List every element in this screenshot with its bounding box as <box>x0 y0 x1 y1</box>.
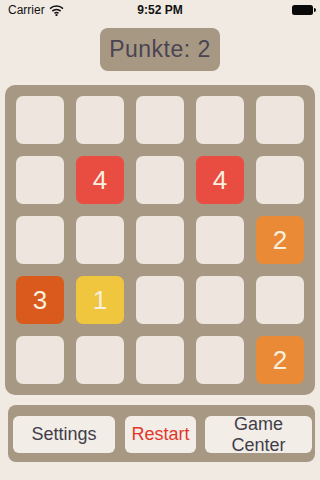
grid-cell <box>16 216 64 264</box>
grid-cell <box>136 276 184 324</box>
grid-cell <box>196 96 244 144</box>
tile-2: 2 <box>256 336 304 384</box>
grid-cell <box>76 96 124 144</box>
grid-cell <box>256 276 304 324</box>
grid-cell <box>76 336 124 384</box>
tile-1: 1 <box>76 276 124 324</box>
grid-cell <box>196 276 244 324</box>
restart-button[interactable]: Restart <box>125 416 196 453</box>
battery-icon <box>292 5 313 15</box>
game-board[interactable]: 4 4 2 3 1 2 <box>5 85 315 395</box>
score-display: Punkte: 2 <box>100 28 220 71</box>
grid-cell <box>16 336 64 384</box>
game-center-button[interactable]: Game Center <box>205 416 312 453</box>
grid-cell <box>136 216 184 264</box>
tile-3: 3 <box>16 276 64 324</box>
tile-2: 2 <box>256 216 304 264</box>
grid-cell <box>16 156 64 204</box>
grid-cell <box>136 336 184 384</box>
status-bar: Carrier 9:52 PM <box>0 0 320 20</box>
grid-cell <box>256 96 304 144</box>
grid-cell <box>16 96 64 144</box>
grid-cell <box>136 96 184 144</box>
grid-cell <box>136 156 184 204</box>
grid-cell <box>256 156 304 204</box>
settings-button[interactable]: Settings <box>13 416 115 453</box>
tile-4: 4 <box>76 156 124 204</box>
bottom-toolbar: Settings Restart Game Center <box>8 405 315 462</box>
grid-cell <box>196 336 244 384</box>
battery-group <box>292 0 313 20</box>
tile-4: 4 <box>196 156 244 204</box>
grid-cell <box>76 216 124 264</box>
clock: 9:52 PM <box>0 0 320 20</box>
grid-cell <box>196 216 244 264</box>
